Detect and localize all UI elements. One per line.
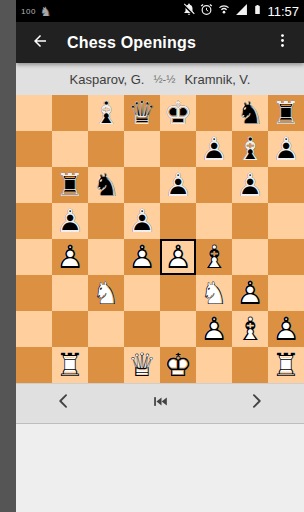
- square-a6[interactable]: [16, 167, 52, 203]
- back-button[interactable]: [30, 33, 50, 53]
- black-pawn: ♟♙: [160, 167, 196, 203]
- square-h3[interactable]: [268, 275, 304, 311]
- white-pawn: ♟♙: [196, 311, 232, 347]
- square-h1[interactable]: ♜♖: [268, 347, 304, 383]
- chevron-left-icon: [54, 391, 74, 415]
- square-e3[interactable]: [160, 275, 196, 311]
- battery-icon: [252, 2, 263, 20]
- square-b7[interactable]: [52, 131, 88, 167]
- square-a1[interactable]: [16, 347, 52, 383]
- status-bar-clock: 11:57: [267, 4, 299, 19]
- square-c1[interactable]: [88, 347, 124, 383]
- white-knight: ♞♘: [196, 275, 232, 311]
- square-g7[interactable]: ♝♗: [232, 131, 268, 167]
- square-c8[interactable]: ♝♗: [88, 95, 124, 131]
- white-queen: ♛♕: [124, 347, 160, 383]
- square-e4[interactable]: ♟♙: [160, 239, 196, 275]
- square-b8[interactable]: [52, 95, 88, 131]
- white-rook: ♜♖: [268, 347, 304, 383]
- square-f1[interactable]: [196, 347, 232, 383]
- square-b6[interactable]: ♜♖: [52, 167, 88, 203]
- square-d4[interactable]: ♟♙: [124, 239, 160, 275]
- square-b2[interactable]: [52, 311, 88, 347]
- next-move-button[interactable]: [208, 383, 304, 423]
- square-a5[interactable]: [16, 203, 52, 239]
- white-player-name: Kasparov, G.: [70, 72, 145, 87]
- black-rook: ♜♖: [52, 167, 88, 203]
- page-title: Chess Openings: [67, 34, 196, 52]
- square-a3[interactable]: [16, 275, 52, 311]
- black-pawn: ♟♙: [268, 131, 304, 167]
- square-f8[interactable]: [196, 95, 232, 131]
- square-f4[interactable]: ♝♗: [196, 239, 232, 275]
- overflow-menu-button[interactable]: [272, 33, 292, 53]
- square-b4[interactable]: ♟♙: [52, 239, 88, 275]
- square-b5[interactable]: ♟♙: [52, 203, 88, 239]
- black-pawn: ♟♙: [52, 203, 88, 239]
- square-b3[interactable]: [52, 275, 88, 311]
- skip-to-start-icon: [151, 392, 170, 415]
- notification-count: 100: [21, 7, 36, 16]
- square-g2[interactable]: ♝♗: [232, 311, 268, 347]
- square-c5[interactable]: [88, 203, 124, 239]
- black-pawn: ♟♙: [232, 167, 268, 203]
- square-e6[interactable]: ♟♙: [160, 167, 196, 203]
- black-pawn: ♟♙: [196, 131, 232, 167]
- chess-board: ♝♗♛♕♚♔♞♘♜♖♟♙♝♗♟♙♜♖♞♘♟♙♟♙♟♙♟♙♟♙♟♙♟♙♝♗♞♘♞♘…: [16, 95, 304, 383]
- square-h2[interactable]: ♟♙: [268, 311, 304, 347]
- status-bar-icons: [182, 2, 263, 20]
- square-h8[interactable]: ♜♖: [268, 95, 304, 131]
- square-e7[interactable]: [160, 131, 196, 167]
- square-h7[interactable]: ♟♙: [268, 131, 304, 167]
- square-c4[interactable]: [88, 239, 124, 275]
- square-c6[interactable]: ♞♘: [88, 167, 124, 203]
- square-d7[interactable]: [124, 131, 160, 167]
- black-bishop: ♝♗: [88, 95, 124, 131]
- black-player-name: Kramnik, V.: [184, 72, 250, 87]
- white-rook: ♜♖: [52, 347, 88, 383]
- square-d6[interactable]: [124, 167, 160, 203]
- black-knight: ♞♘: [232, 95, 268, 131]
- square-c3[interactable]: ♞♘: [88, 275, 124, 311]
- white-pawn: ♟♙: [160, 239, 196, 275]
- square-f6[interactable]: [196, 167, 232, 203]
- square-a4[interactable]: [16, 239, 52, 275]
- previous-move-button[interactable]: [16, 383, 112, 423]
- status-bar: 100 ♞: [16, 0, 304, 22]
- square-b1[interactable]: ♜♖: [52, 347, 88, 383]
- black-pawn: ♟♙: [124, 203, 160, 239]
- overflow-menu-icon: [274, 32, 291, 53]
- white-knight: ♞♘: [88, 275, 124, 311]
- square-a7[interactable]: [16, 131, 52, 167]
- game-result: ½-½: [153, 73, 175, 85]
- square-d2[interactable]: [124, 311, 160, 347]
- alarm-icon: [200, 2, 213, 20]
- square-e8[interactable]: ♚♔: [160, 95, 196, 131]
- toolbar: Chess Openings: [16, 22, 304, 63]
- square-e5[interactable]: [160, 203, 196, 239]
- square-h5[interactable]: [268, 203, 304, 239]
- white-pawn: ♟♙: [52, 239, 88, 275]
- knight-notification-icon: ♞: [40, 5, 52, 18]
- square-g1[interactable]: [232, 347, 268, 383]
- square-h6[interactable]: [268, 167, 304, 203]
- black-rook: ♜♖: [268, 95, 304, 131]
- white-pawn: ♟♙: [124, 239, 160, 275]
- black-queen: ♛♕: [124, 95, 160, 131]
- chevron-right-icon: [246, 391, 266, 415]
- square-g3[interactable]: ♟♙: [232, 275, 268, 311]
- square-g5[interactable]: [232, 203, 268, 239]
- empty-footer-area: [16, 424, 304, 512]
- square-f2[interactable]: ♟♙: [196, 311, 232, 347]
- white-bishop: ♝♗: [232, 311, 268, 347]
- white-pawn: ♟♙: [268, 311, 304, 347]
- square-h4[interactable]: [268, 239, 304, 275]
- square-f5[interactable]: [196, 203, 232, 239]
- square-d1[interactable]: ♛♕: [124, 347, 160, 383]
- game-header: Kasparov, G. ½-½ Kramnik, V.: [16, 63, 304, 95]
- white-bishop: ♝♗: [196, 239, 232, 275]
- go-to-start-button[interactable]: [112, 383, 208, 423]
- square-d5[interactable]: ♟♙: [124, 203, 160, 239]
- square-g6[interactable]: ♟♙: [232, 167, 268, 203]
- black-bishop: ♝♗: [232, 131, 268, 167]
- square-d8[interactable]: ♛♕: [124, 95, 160, 131]
- white-pawn: ♟♙: [232, 275, 268, 311]
- square-c7[interactable]: [88, 131, 124, 167]
- black-knight: ♞♘: [88, 167, 124, 203]
- white-king: ♚♔: [160, 347, 196, 383]
- app-screen: 100 ♞: [16, 0, 304, 512]
- square-g4[interactable]: [232, 239, 268, 275]
- square-a8[interactable]: [16, 95, 52, 131]
- square-g8[interactable]: ♞♘: [232, 95, 268, 131]
- square-c2[interactable]: [88, 311, 124, 347]
- square-d3[interactable]: [124, 275, 160, 311]
- cellular-signal-icon: [235, 2, 248, 20]
- notifications-off-icon: [182, 2, 196, 20]
- square-e2[interactable]: [160, 311, 196, 347]
- square-a2[interactable]: [16, 311, 52, 347]
- move-nav-bar: [16, 383, 304, 424]
- square-f3[interactable]: ♞♘: [196, 275, 232, 311]
- black-king: ♚♔: [160, 95, 196, 131]
- back-arrow-icon: [31, 32, 49, 54]
- square-e1[interactable]: ♚♔: [160, 347, 196, 383]
- wifi-icon: [217, 2, 231, 20]
- square-f7[interactable]: ♟♙: [196, 131, 232, 167]
